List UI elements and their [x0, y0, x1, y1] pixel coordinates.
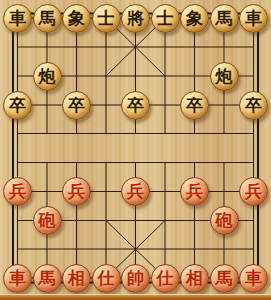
piece-black-horse[interactable]: 馬 — [210, 4, 239, 33]
piece-red-general[interactable]: 帥 — [121, 264, 150, 293]
piece-red-chariot[interactable]: 車 — [239, 264, 268, 293]
piece-red-horse[interactable]: 馬 — [33, 264, 62, 293]
piece-red-soldier[interactable]: 兵 — [180, 177, 209, 206]
piece-red-soldier[interactable]: 兵 — [121, 177, 150, 206]
piece-black-cannon[interactable]: 炮 — [33, 62, 62, 91]
piece-red-soldier[interactable]: 兵 — [3, 177, 32, 206]
piece-red-advisor[interactable]: 仕 — [151, 264, 180, 293]
piece-black-chariot[interactable]: 車 — [239, 4, 268, 33]
piece-red-cannon[interactable]: 砲 — [33, 206, 62, 235]
xiangqi-board[interactable]: 車馬象士將士象馬車炮炮卒卒卒卒卒兵兵兵兵兵砲砲車馬相仕帥仕相馬車 — [0, 0, 271, 300]
piece-black-soldier[interactable]: 卒 — [62, 91, 91, 120]
piece-black-general[interactable]: 將 — [121, 4, 150, 33]
piece-red-elephant[interactable]: 相 — [180, 264, 209, 293]
piece-red-soldier[interactable]: 兵 — [239, 177, 268, 206]
piece-black-soldier[interactable]: 卒 — [180, 91, 209, 120]
piece-black-elephant[interactable]: 象 — [180, 4, 209, 33]
piece-red-soldier[interactable]: 兵 — [62, 177, 91, 206]
pieces-layer: 車馬象士將士象馬車炮炮卒卒卒卒卒兵兵兵兵兵砲砲車馬相仕帥仕相馬車 — [0, 0, 271, 300]
piece-red-cannon[interactable]: 砲 — [210, 206, 239, 235]
piece-black-advisor[interactable]: 士 — [92, 4, 121, 33]
piece-black-soldier[interactable]: 卒 — [239, 91, 268, 120]
piece-black-advisor[interactable]: 士 — [151, 4, 180, 33]
board-bottom-edge — [0, 294, 271, 300]
piece-red-chariot[interactable]: 車 — [3, 264, 32, 293]
piece-red-elephant[interactable]: 相 — [62, 264, 91, 293]
piece-black-soldier[interactable]: 卒 — [3, 91, 32, 120]
piece-red-advisor[interactable]: 仕 — [92, 264, 121, 293]
piece-black-horse[interactable]: 馬 — [33, 4, 62, 33]
piece-red-horse[interactable]: 馬 — [210, 264, 239, 293]
piece-black-chariot[interactable]: 車 — [3, 4, 32, 33]
piece-black-cannon[interactable]: 炮 — [210, 62, 239, 91]
piece-black-soldier[interactable]: 卒 — [121, 91, 150, 120]
piece-black-elephant[interactable]: 象 — [62, 4, 91, 33]
